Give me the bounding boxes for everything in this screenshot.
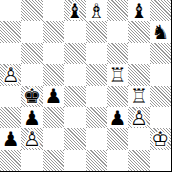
black-pawn-icon[interactable]: ♟ <box>43 86 64 107</box>
square-b4[interactable]: ♚ <box>21 86 42 107</box>
square-a5[interactable]: ♟♙ <box>0 64 21 85</box>
white-pawn-icon[interactable]: ♟♙ <box>128 107 149 128</box>
white-rook-icon[interactable]: ♜♖ <box>128 86 149 107</box>
square-f2[interactable] <box>107 128 128 149</box>
square-a7[interactable] <box>0 21 21 42</box>
piece-outline-layer: ♙ <box>21 128 42 149</box>
piece-solid-layer: ♟ <box>107 107 128 128</box>
square-a1[interactable] <box>0 150 21 171</box>
piece-outline-layer: ♙ <box>0 64 21 85</box>
piece-outline-layer: ♖ <box>107 64 128 85</box>
square-g3[interactable]: ♟♙ <box>128 107 149 128</box>
square-b7[interactable] <box>21 21 42 42</box>
piece-solid-layer: ♟ <box>21 107 42 128</box>
square-c6[interactable] <box>43 43 64 64</box>
square-c1[interactable] <box>43 150 64 171</box>
square-g2[interactable] <box>128 128 149 149</box>
square-b2[interactable]: ♟♙ <box>21 128 42 149</box>
square-c7[interactable] <box>43 21 64 42</box>
square-h5[interactable] <box>150 64 171 85</box>
piece-solid-layer: ♟ <box>43 86 64 107</box>
piece-solid-layer: ♝ <box>128 0 149 21</box>
black-pawn-icon[interactable]: ♟ <box>21 107 42 128</box>
square-b6[interactable] <box>21 43 42 64</box>
square-f1[interactable] <box>107 150 128 171</box>
square-e5[interactable] <box>86 64 107 85</box>
square-d1[interactable] <box>64 150 85 171</box>
square-g1[interactable] <box>128 150 149 171</box>
white-pawn-icon[interactable]: ♟♙ <box>0 64 21 85</box>
square-e1[interactable] <box>86 150 107 171</box>
square-e3[interactable] <box>86 107 107 128</box>
square-g4[interactable]: ♜♖ <box>128 86 149 107</box>
square-c4[interactable]: ♟ <box>43 86 64 107</box>
square-c5[interactable] <box>43 64 64 85</box>
square-a6[interactable] <box>0 43 21 64</box>
piece-outline-layer: ♖ <box>128 86 149 107</box>
black-pawn-icon[interactable]: ♟ <box>0 128 21 149</box>
square-g7[interactable] <box>128 21 149 42</box>
square-d7[interactable] <box>64 21 85 42</box>
white-rook-icon[interactable]: ♜♖ <box>107 64 128 85</box>
chess-board: ♝♝♗♝♞♟♙♜♖♚♟♜♖♟♟♟♙♟♟♙♚♔ <box>0 0 171 171</box>
black-king-icon[interactable]: ♚ <box>21 86 42 107</box>
piece-outline-layer: ♔ <box>150 128 171 149</box>
piece-solid-layer: ♝ <box>64 0 85 21</box>
square-c8[interactable] <box>43 0 64 21</box>
square-h1[interactable] <box>150 150 171 171</box>
square-h7[interactable]: ♞ <box>150 21 171 42</box>
square-h3[interactable] <box>150 107 171 128</box>
piece-solid-layer: ♚ <box>21 86 42 107</box>
square-c2[interactable] <box>43 128 64 149</box>
square-h2[interactable]: ♚♔ <box>150 128 171 149</box>
square-d8[interactable]: ♝ <box>64 0 85 21</box>
square-d3[interactable] <box>64 107 85 128</box>
square-e7[interactable] <box>86 21 107 42</box>
square-g8[interactable]: ♝ <box>128 0 149 21</box>
square-f5[interactable]: ♜♖ <box>107 64 128 85</box>
chess-board-frame: ♝♝♗♝♞♟♙♜♖♚♟♜♖♟♟♟♙♟♟♙♚♔ <box>0 0 172 172</box>
white-pawn-icon[interactable]: ♟♙ <box>21 128 42 149</box>
square-f8[interactable] <box>107 0 128 21</box>
square-a8[interactable] <box>0 0 21 21</box>
piece-solid-layer: ♟ <box>0 128 21 149</box>
black-bishop-icon[interactable]: ♝ <box>128 0 149 21</box>
square-h4[interactable] <box>150 86 171 107</box>
square-e6[interactable] <box>86 43 107 64</box>
piece-solid-layer: ♞ <box>150 21 171 42</box>
square-b1[interactable] <box>21 150 42 171</box>
square-f6[interactable] <box>107 43 128 64</box>
square-e2[interactable] <box>86 128 107 149</box>
piece-outline-layer: ♗ <box>86 0 107 21</box>
square-a3[interactable] <box>0 107 21 128</box>
square-f4[interactable] <box>107 86 128 107</box>
square-d4[interactable] <box>64 86 85 107</box>
square-b8[interactable] <box>21 0 42 21</box>
square-a4[interactable] <box>0 86 21 107</box>
square-a2[interactable]: ♟ <box>0 128 21 149</box>
square-g5[interactable] <box>128 64 149 85</box>
square-d6[interactable] <box>64 43 85 64</box>
square-e4[interactable] <box>86 86 107 107</box>
square-b5[interactable] <box>21 64 42 85</box>
black-pawn-icon[interactable]: ♟ <box>107 107 128 128</box>
square-h8[interactable] <box>150 0 171 21</box>
square-h6[interactable] <box>150 43 171 64</box>
square-c3[interactable] <box>43 107 64 128</box>
square-f7[interactable] <box>107 21 128 42</box>
white-bishop-icon[interactable]: ♝♗ <box>86 0 107 21</box>
square-g6[interactable] <box>128 43 149 64</box>
square-b3[interactable]: ♟ <box>21 107 42 128</box>
square-d5[interactable] <box>64 64 85 85</box>
piece-outline-layer: ♙ <box>128 107 149 128</box>
black-bishop-icon[interactable]: ♝ <box>64 0 85 21</box>
white-king-icon[interactable]: ♚♔ <box>150 128 171 149</box>
square-d2[interactable] <box>64 128 85 149</box>
black-knight-icon[interactable]: ♞ <box>150 21 171 42</box>
square-e8[interactable]: ♝♗ <box>86 0 107 21</box>
square-f3[interactable]: ♟ <box>107 107 128 128</box>
